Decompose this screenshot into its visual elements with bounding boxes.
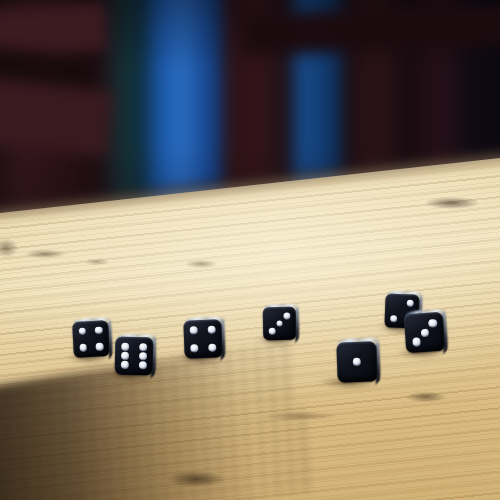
pip xyxy=(79,344,87,352)
pip xyxy=(121,352,129,360)
pip xyxy=(121,361,129,369)
die-front-face xyxy=(404,312,446,354)
pip xyxy=(190,344,198,352)
pip xyxy=(353,358,362,367)
die-front-face xyxy=(115,337,154,376)
pip xyxy=(208,343,216,351)
pip xyxy=(269,328,276,335)
pip xyxy=(139,361,147,369)
die-4 xyxy=(263,307,297,341)
pip xyxy=(390,315,397,322)
die-front-face xyxy=(183,319,222,358)
dice-layer xyxy=(0,0,500,500)
die-front-face xyxy=(336,341,377,382)
pip xyxy=(283,312,290,319)
pip xyxy=(96,343,104,351)
pip xyxy=(420,328,429,337)
die-front-face xyxy=(263,307,297,341)
die-5 xyxy=(336,341,377,382)
die-3 xyxy=(183,319,222,358)
die-7 xyxy=(404,312,446,354)
pip xyxy=(78,327,86,335)
pip xyxy=(95,326,103,334)
pip xyxy=(207,326,215,334)
pip xyxy=(276,320,283,327)
pip xyxy=(428,319,437,328)
pip xyxy=(190,326,198,334)
die-2 xyxy=(115,337,154,376)
pip xyxy=(406,300,413,307)
pip xyxy=(139,343,147,351)
die-1 xyxy=(72,320,110,358)
pip xyxy=(412,338,421,347)
photo-dice-on-table xyxy=(0,0,500,500)
pip xyxy=(139,352,147,360)
die-front-face xyxy=(72,320,110,358)
pip xyxy=(121,343,129,351)
